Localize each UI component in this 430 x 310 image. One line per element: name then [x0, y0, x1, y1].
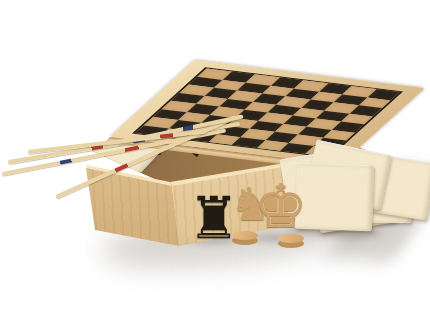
game-set-photo: ♟ ♚ ♝ ♟ ♛ ♞ ♚ ♝ ♟ ♜ ♟ ♜ ♞ ♚: [0, 0, 430, 310]
checker-disc: [232, 231, 258, 245]
checker-disc-top: [278, 234, 304, 243]
checker-disc: [278, 234, 304, 248]
wooden-king-piece: ♚: [254, 176, 302, 236]
checker-disc-top: [232, 231, 258, 240]
